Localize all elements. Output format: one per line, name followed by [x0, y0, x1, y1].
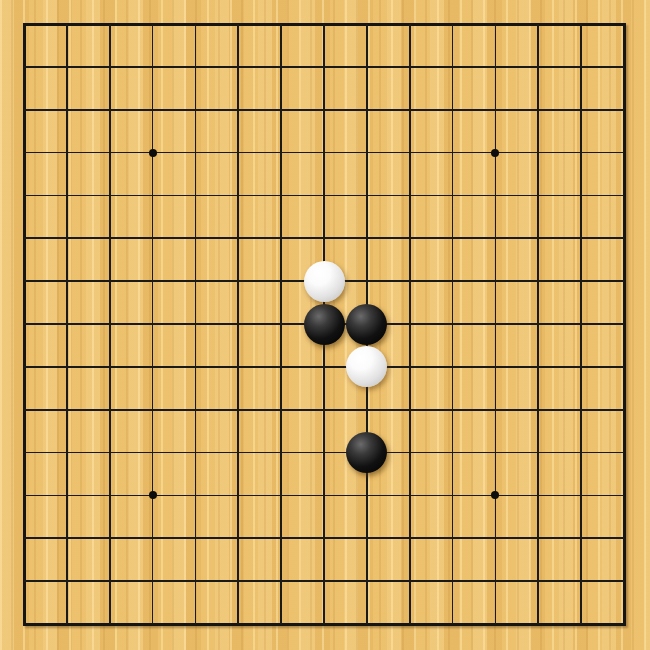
grid-line-vertical — [409, 24, 411, 624]
star-point — [149, 491, 157, 499]
star-point — [149, 149, 157, 157]
black-stone: ● — [304, 304, 345, 345]
stone-glyph: ● — [312, 310, 336, 338]
gomoku-board: ●●●○○ — [0, 0, 650, 650]
black-stone: ● — [346, 304, 387, 345]
grid-line-horizontal — [24, 452, 624, 454]
stone-glyph: ○ — [355, 353, 379, 381]
white-stone: ○ — [304, 261, 345, 302]
grid-line-vertical — [495, 24, 497, 624]
stone-glyph: ● — [355, 310, 379, 338]
grid-line-horizontal — [24, 495, 624, 497]
grid-line-vertical — [452, 24, 454, 624]
star-point — [491, 149, 499, 157]
board-grid[interactable]: ●●●○○ — [24, 24, 624, 624]
stone-glyph: ● — [355, 439, 379, 467]
grid-line-vertical — [580, 24, 582, 624]
stone-glyph: ○ — [312, 267, 336, 295]
grid-line-vertical — [537, 24, 539, 624]
grid-line-horizontal — [24, 366, 624, 368]
grid-line-horizontal — [24, 409, 624, 411]
grid-line-horizontal — [24, 537, 624, 539]
grid-line-horizontal — [24, 580, 624, 582]
